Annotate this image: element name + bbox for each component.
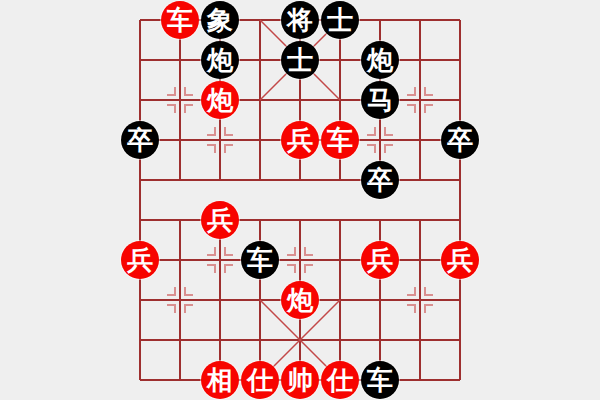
point-marker-corner — [184, 287, 193, 296]
point-marker-corner — [167, 87, 176, 96]
piece-red-chariot[interactable]: 车 — [161, 1, 199, 39]
piece-red-soldier[interactable]: 兵 — [121, 241, 159, 279]
piece-red-soldier[interactable]: 兵 — [201, 201, 239, 239]
piece-red-cannon[interactable]: 炮 — [201, 81, 239, 119]
piece-black-elephant[interactable]: 象 — [201, 1, 239, 39]
point-marker-corner — [224, 127, 233, 136]
piece-red-chariot[interactable]: 车 — [321, 121, 359, 159]
point-marker-corner — [424, 104, 433, 113]
point-marker-corner — [407, 287, 416, 296]
piece-black-cannon[interactable]: 炮 — [201, 41, 239, 79]
point-marker-corner — [207, 127, 216, 136]
point-marker-corner — [424, 87, 433, 96]
xiangqi-board[interactable]: 车炮兵车兵兵兵兵炮相仕帅仕象将士炮士炮马卒卒卒车车 — [0, 0, 600, 400]
piece-red-soldier[interactable]: 兵 — [361, 241, 399, 279]
piece-black-cannon[interactable]: 炮 — [361, 41, 399, 79]
point-marker-corner — [367, 127, 376, 136]
point-marker-corner — [407, 87, 416, 96]
point-marker-corner — [384, 127, 393, 136]
piece-black-chariot[interactable]: 车 — [241, 241, 279, 279]
point-marker-corner — [167, 287, 176, 296]
piece-red-soldier[interactable]: 兵 — [281, 121, 319, 159]
point-marker-corner — [424, 287, 433, 296]
point-marker-corner — [407, 304, 416, 313]
piece-red-advisor[interactable]: 仕 — [321, 361, 359, 399]
point-marker-corner — [304, 247, 313, 256]
piece-black-horse[interactable]: 马 — [361, 81, 399, 119]
piece-black-soldier[interactable]: 卒 — [361, 161, 399, 199]
point-marker-corner — [224, 264, 233, 273]
piece-black-general[interactable]: 将 — [281, 1, 319, 39]
point-marker-corner — [167, 304, 176, 313]
piece-red-general[interactable]: 帅 — [281, 361, 319, 399]
point-marker-corner — [207, 264, 216, 273]
piece-red-advisor[interactable]: 仕 — [241, 361, 279, 399]
point-marker-corner — [407, 104, 416, 113]
piece-red-cannon[interactable]: 炮 — [281, 281, 319, 319]
piece-black-advisor[interactable]: 士 — [281, 41, 319, 79]
point-marker-corner — [424, 304, 433, 313]
point-marker-corner — [224, 247, 233, 256]
point-marker-corner — [167, 104, 176, 113]
point-marker-corner — [367, 144, 376, 153]
piece-red-elephant[interactable]: 相 — [201, 361, 239, 399]
point-marker-corner — [207, 247, 216, 256]
point-marker-corner — [287, 247, 296, 256]
point-marker-corner — [184, 87, 193, 96]
point-marker-corner — [184, 104, 193, 113]
point-marker-corner — [384, 144, 393, 153]
point-marker-corner — [224, 144, 233, 153]
point-marker-corner — [287, 264, 296, 273]
piece-black-chariot[interactable]: 车 — [361, 361, 399, 399]
point-marker-corner — [207, 144, 216, 153]
point-marker-corner — [304, 264, 313, 273]
piece-black-advisor[interactable]: 士 — [321, 1, 359, 39]
piece-black-soldier[interactable]: 卒 — [121, 121, 159, 159]
point-marker-corner — [184, 304, 193, 313]
piece-black-soldier[interactable]: 卒 — [441, 121, 479, 159]
piece-red-soldier[interactable]: 兵 — [441, 241, 479, 279]
